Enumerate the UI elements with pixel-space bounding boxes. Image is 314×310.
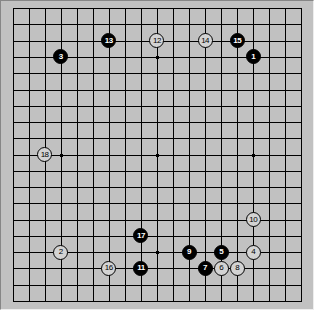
stone-black-15[interactable]: 15 xyxy=(230,33,245,48)
move-number-label: 3 xyxy=(59,53,63,61)
move-number-label: 7 xyxy=(203,264,207,272)
stone-white-14[interactable]: 14 xyxy=(198,33,213,48)
move-number-label: 9 xyxy=(187,248,191,256)
move-number-label: 18 xyxy=(41,151,49,159)
move-number-label: 11 xyxy=(137,264,144,272)
stone-black-9[interactable]: 9 xyxy=(182,245,197,260)
go-diagram-panel: 123456789101112131415161718 xyxy=(0,0,314,310)
stone-black-5[interactable]: 5 xyxy=(214,245,229,260)
move-number-label: 10 xyxy=(249,216,257,224)
move-number-label: 1 xyxy=(251,53,255,61)
stone-black-7[interactable]: 7 xyxy=(198,261,213,276)
move-number-label: 17 xyxy=(137,232,145,240)
move-number-label: 16 xyxy=(105,264,113,272)
stone-white-6[interactable]: 6 xyxy=(214,261,229,276)
star-point xyxy=(156,154,159,157)
stone-white-2[interactable]: 2 xyxy=(53,245,68,260)
move-number-label: 15 xyxy=(233,37,241,45)
move-number-label: 5 xyxy=(219,248,223,256)
stone-white-4[interactable]: 4 xyxy=(246,245,261,260)
star-point xyxy=(156,56,159,59)
move-number-label: 12 xyxy=(153,37,161,45)
move-number-label: 8 xyxy=(235,264,239,272)
move-number-label: 2 xyxy=(59,248,63,256)
star-point xyxy=(156,251,159,254)
move-number-label: 14 xyxy=(201,37,209,45)
move-number-label: 6 xyxy=(219,264,223,272)
star-point xyxy=(60,154,63,157)
stone-white-10[interactable]: 10 xyxy=(246,212,261,227)
star-point xyxy=(252,154,255,157)
stone-white-8[interactable]: 8 xyxy=(230,261,245,276)
move-number-label: 4 xyxy=(251,248,255,256)
move-number-label: 13 xyxy=(105,37,113,45)
go-board[interactable]: 123456789101112131415161718 xyxy=(1,1,314,310)
